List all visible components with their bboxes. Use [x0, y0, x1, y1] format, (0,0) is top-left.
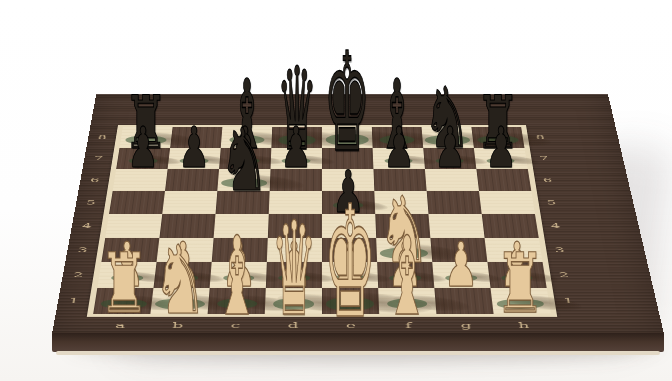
square-h1 [490, 288, 550, 314]
rank-label-right-3: 3 [545, 247, 574, 253]
square-c8 [221, 127, 272, 148]
square-h4 [482, 214, 539, 238]
square-h3 [485, 238, 543, 263]
square-h7 [474, 148, 528, 169]
square-e4 [322, 214, 376, 238]
square-b2 [154, 262, 212, 287]
square-e8 [322, 127, 373, 148]
file-label-d: d [273, 322, 313, 329]
playing-area [93, 127, 551, 314]
rank-label-right-7: 7 [530, 156, 557, 161]
rank-label-left-3: 3 [67, 247, 98, 253]
square-a1 [93, 288, 153, 314]
file-label-h: h [503, 322, 544, 329]
square-c7 [219, 148, 271, 169]
square-g3 [430, 238, 487, 263]
square-h6 [476, 169, 531, 191]
square-b8 [170, 127, 222, 148]
square-e6 [322, 169, 374, 191]
rank-label-left-6: 6 [80, 177, 110, 183]
board-frame: abcdefgh1122334455667788 [52, 94, 664, 335]
square-d3 [267, 238, 322, 263]
square-b5 [162, 191, 217, 214]
square-f6 [373, 169, 426, 191]
square-d4 [268, 214, 322, 238]
square-e7 [322, 148, 373, 169]
square-f1 [378, 288, 436, 314]
square-b6 [165, 169, 219, 191]
square-a2 [97, 262, 156, 287]
rank-label-left-1: 1 [58, 297, 90, 304]
board-front-edge [52, 333, 664, 352]
square-d8 [271, 127, 322, 148]
square-c5 [216, 191, 270, 214]
square-g1 [434, 288, 493, 314]
square-a7 [116, 148, 170, 169]
square-c6 [217, 169, 270, 191]
rank-label-left-4: 4 [71, 223, 102, 229]
rank-label-right-5: 5 [537, 200, 565, 206]
square-h5 [479, 191, 535, 214]
square-g8 [422, 127, 474, 148]
square-a3 [101, 238, 159, 263]
square-g7 [423, 148, 476, 169]
square-a4 [105, 214, 162, 238]
square-g2 [432, 262, 490, 287]
square-a8 [120, 127, 173, 148]
square-f8 [372, 127, 423, 148]
square-d6 [270, 169, 322, 191]
photo-background: abcdefgh1122334455667788 ♜♝♛♚♝♞♜♟♟♟♟♟♟♟♞… [0, 0, 672, 381]
square-g6 [425, 169, 479, 191]
square-h2 [487, 262, 546, 287]
square-d1 [265, 288, 322, 314]
square-c2 [210, 262, 267, 287]
rank-label-right-1: 1 [553, 297, 583, 304]
square-c4 [214, 214, 269, 238]
file-label-c: c [215, 322, 255, 329]
square-b4 [159, 214, 215, 238]
square-e5 [322, 191, 375, 214]
square-d5 [269, 191, 322, 214]
square-d2 [266, 262, 322, 287]
file-label-a: a [100, 322, 141, 329]
square-e1 [322, 288, 379, 314]
square-f7 [373, 148, 425, 169]
square-b1 [150, 288, 209, 314]
board-front-edge-highlight [56, 351, 660, 355]
rank-label-right-8: 8 [527, 135, 554, 140]
square-e3 [322, 238, 377, 263]
rank-label-right-6: 6 [534, 177, 562, 183]
rank-label-right-2: 2 [549, 272, 579, 278]
rank-label-left-8: 8 [88, 135, 117, 140]
square-h8 [471, 127, 524, 148]
square-f4 [375, 214, 430, 238]
square-g4 [428, 214, 484, 238]
square-d7 [271, 148, 322, 169]
square-b3 [157, 238, 214, 263]
file-label-e: e [331, 322, 371, 329]
square-a5 [109, 191, 165, 214]
square-f3 [376, 238, 432, 263]
square-f5 [374, 191, 428, 214]
square-f2 [377, 262, 434, 287]
file-label-b: b [158, 322, 198, 329]
file-label-f: f [388, 322, 428, 329]
square-c3 [212, 238, 268, 263]
rank-label-left-2: 2 [62, 272, 94, 278]
square-a6 [113, 169, 168, 191]
square-g5 [427, 191, 482, 214]
square-c1 [208, 288, 266, 314]
rank-label-left-7: 7 [84, 156, 113, 161]
square-b7 [168, 148, 221, 169]
file-label-g: g [446, 322, 486, 329]
rank-label-right-4: 4 [541, 223, 570, 229]
rank-label-left-5: 5 [76, 200, 106, 206]
square-e2 [322, 262, 378, 287]
